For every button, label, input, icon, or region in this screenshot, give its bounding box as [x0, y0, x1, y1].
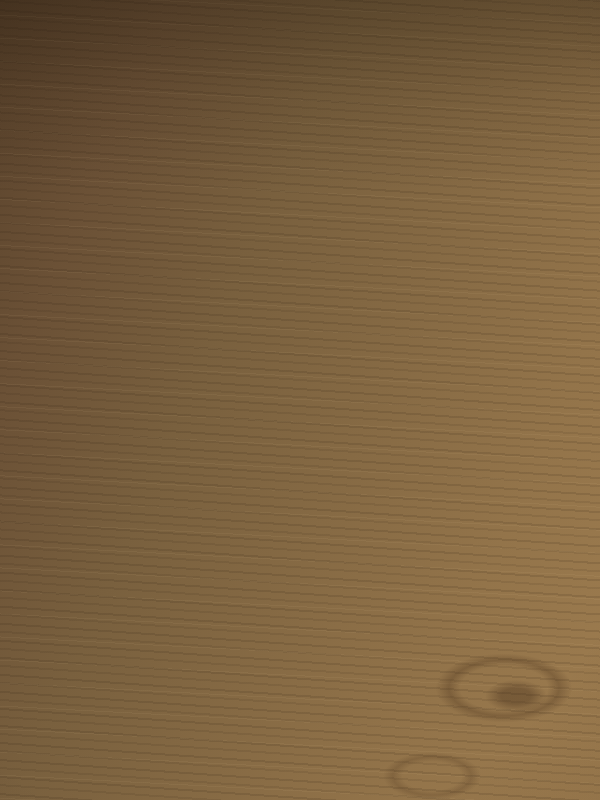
- photo-scene: [0, 0, 600, 800]
- chess-board: [0, 0, 600, 800]
